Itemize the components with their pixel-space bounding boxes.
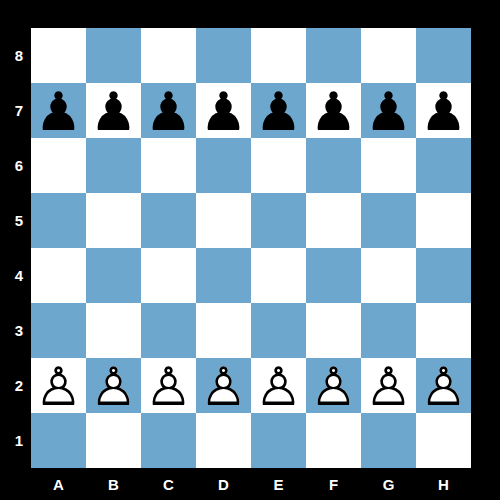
white-pawn[interactable]: ♟♙ — [86, 358, 141, 413]
black-pawn[interactable]: ♟ — [141, 83, 196, 138]
square-h5[interactable] — [416, 193, 471, 248]
file-label-c: C — [141, 468, 196, 500]
rank-label-2: 2 — [0, 358, 31, 413]
black-pawn[interactable]: ♟ — [416, 83, 471, 138]
black-pawn[interactable]: ♟ — [31, 83, 86, 138]
black-pawn[interactable]: ♟ — [251, 83, 306, 138]
square-f6[interactable] — [306, 138, 361, 193]
white-pawn[interactable]: ♟♙ — [306, 358, 361, 413]
square-f1[interactable] — [306, 413, 361, 468]
file-label-f: F — [306, 468, 361, 500]
rank-label-5: 5 — [0, 193, 31, 248]
square-g8[interactable] — [361, 28, 416, 83]
square-g5[interactable] — [361, 193, 416, 248]
page-background: { "game": "chess", "position": { "fen": … — [0, 0, 500, 500]
file-label-d: D — [196, 468, 251, 500]
square-h1[interactable] — [416, 413, 471, 468]
white-pawn[interactable]: ♟♙ — [196, 358, 251, 413]
square-f3[interactable] — [306, 303, 361, 358]
file-label-e: E — [251, 468, 306, 500]
white-pawn-outline: ♙ — [306, 358, 361, 413]
square-b3[interactable] — [86, 303, 141, 358]
square-g2[interactable]: ♟♙ — [361, 358, 416, 413]
rank-label-7: 7 — [0, 83, 31, 138]
black-pawn-glyph: ♟ — [86, 83, 141, 138]
square-a2[interactable]: ♟♙ — [31, 358, 86, 413]
square-e3[interactable] — [251, 303, 306, 358]
square-g6[interactable] — [361, 138, 416, 193]
square-d2[interactable]: ♟♙ — [196, 358, 251, 413]
file-label-g: G — [361, 468, 416, 500]
square-e4[interactable] — [251, 248, 306, 303]
rank-label-6: 6 — [0, 138, 31, 193]
black-pawn-glyph: ♟ — [306, 83, 361, 138]
rank-label-4: 4 — [0, 248, 31, 303]
square-c5[interactable] — [141, 193, 196, 248]
square-c7[interactable]: ♟ — [141, 83, 196, 138]
square-e8[interactable] — [251, 28, 306, 83]
square-f7[interactable]: ♟ — [306, 83, 361, 138]
black-pawn-glyph: ♟ — [416, 83, 471, 138]
square-b6[interactable] — [86, 138, 141, 193]
square-e7[interactable]: ♟ — [251, 83, 306, 138]
square-g1[interactable] — [361, 413, 416, 468]
square-h3[interactable] — [416, 303, 471, 358]
square-h2[interactable]: ♟♙ — [416, 358, 471, 413]
chessboard: ♟♟♟♟♟♟♟♟♟♙♟♙♟♙♟♙♟♙♟♙♟♙♟♙ — [31, 28, 471, 468]
square-c3[interactable] — [141, 303, 196, 358]
square-c8[interactable] — [141, 28, 196, 83]
white-pawn-outline: ♙ — [141, 358, 196, 413]
square-d4[interactable] — [196, 248, 251, 303]
white-pawn[interactable]: ♟♙ — [141, 358, 196, 413]
square-h4[interactable] — [416, 248, 471, 303]
square-e6[interactable] — [251, 138, 306, 193]
square-g3[interactable] — [361, 303, 416, 358]
square-c4[interactable] — [141, 248, 196, 303]
square-d8[interactable] — [196, 28, 251, 83]
black-pawn[interactable]: ♟ — [86, 83, 141, 138]
file-label-a: A — [31, 468, 86, 500]
white-pawn-outline: ♙ — [361, 358, 416, 413]
square-a4[interactable] — [31, 248, 86, 303]
white-pawn-outline: ♙ — [31, 358, 86, 413]
square-f5[interactable] — [306, 193, 361, 248]
rank-label-3: 3 — [0, 303, 31, 358]
square-a1[interactable] — [31, 413, 86, 468]
rank-label-8: 8 — [0, 28, 31, 83]
square-h7[interactable]: ♟ — [416, 83, 471, 138]
square-h8[interactable] — [416, 28, 471, 83]
white-pawn-outline: ♙ — [416, 358, 471, 413]
white-pawn-outline: ♙ — [86, 358, 141, 413]
square-d6[interactable] — [196, 138, 251, 193]
rank-label-1: 1 — [0, 413, 31, 468]
square-b4[interactable] — [86, 248, 141, 303]
square-b1[interactable] — [86, 413, 141, 468]
white-pawn[interactable]: ♟♙ — [251, 358, 306, 413]
square-e5[interactable] — [251, 193, 306, 248]
square-a7[interactable]: ♟ — [31, 83, 86, 138]
square-c1[interactable] — [141, 413, 196, 468]
black-pawn-glyph: ♟ — [31, 83, 86, 138]
white-pawn-outline: ♙ — [196, 358, 251, 413]
black-pawn-glyph: ♟ — [251, 83, 306, 138]
square-g7[interactable]: ♟ — [361, 83, 416, 138]
square-e2[interactable]: ♟♙ — [251, 358, 306, 413]
square-b2[interactable]: ♟♙ — [86, 358, 141, 413]
file-label-h: H — [416, 468, 471, 500]
file-label-b: B — [86, 468, 141, 500]
black-pawn-glyph: ♟ — [196, 83, 251, 138]
black-pawn[interactable]: ♟ — [361, 83, 416, 138]
square-d5[interactable] — [196, 193, 251, 248]
black-pawn-glyph: ♟ — [361, 83, 416, 138]
white-pawn[interactable]: ♟♙ — [361, 358, 416, 413]
square-c6[interactable] — [141, 138, 196, 193]
square-d7[interactable]: ♟ — [196, 83, 251, 138]
white-pawn[interactable]: ♟♙ — [416, 358, 471, 413]
square-e1[interactable] — [251, 413, 306, 468]
square-c2[interactable]: ♟♙ — [141, 358, 196, 413]
square-h6[interactable] — [416, 138, 471, 193]
square-a5[interactable] — [31, 193, 86, 248]
square-f8[interactable] — [306, 28, 361, 83]
black-pawn[interactable]: ♟ — [306, 83, 361, 138]
square-b7[interactable]: ♟ — [86, 83, 141, 138]
square-a3[interactable] — [31, 303, 86, 358]
white-pawn[interactable]: ♟♙ — [31, 358, 86, 413]
square-f4[interactable] — [306, 248, 361, 303]
square-a6[interactable] — [31, 138, 86, 193]
white-pawn-outline: ♙ — [251, 358, 306, 413]
square-b5[interactable] — [86, 193, 141, 248]
black-pawn[interactable]: ♟ — [196, 83, 251, 138]
black-pawn-glyph: ♟ — [141, 83, 196, 138]
square-a8[interactable] — [31, 28, 86, 83]
square-d3[interactable] — [196, 303, 251, 358]
square-f2[interactable]: ♟♙ — [306, 358, 361, 413]
square-d1[interactable] — [196, 413, 251, 468]
square-g4[interactable] — [361, 248, 416, 303]
square-b8[interactable] — [86, 28, 141, 83]
